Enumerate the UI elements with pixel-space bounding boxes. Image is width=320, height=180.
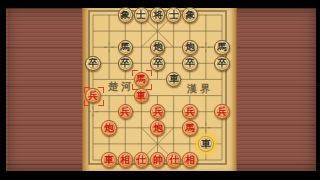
piece-red-soldier[interactable]: 兵 (214, 104, 230, 120)
piece-glyph: 馬 (137, 75, 147, 85)
piece-black-soldier[interactable]: 卒 (85, 56, 101, 72)
piece-glyph: 卒 (153, 59, 163, 69)
piece-black-horse[interactable]: 馬 (118, 40, 134, 56)
piece-glyph: 卒 (121, 59, 131, 69)
piece-glyph: 兵 (217, 107, 227, 117)
piece-black-soldier[interactable]: 卒 (150, 56, 166, 72)
piece-red-advisor[interactable]: 仕 (166, 152, 182, 168)
piece-glyph: 馬 (185, 123, 195, 133)
piece-glyph: 車 (104, 155, 114, 165)
piece-black-chariot[interactable]: 車 (198, 136, 214, 152)
piece-glyph: 象 (121, 10, 131, 20)
piece-glyph: 士 (137, 10, 147, 20)
piece-red-soldier[interactable]: 兵 (118, 104, 134, 120)
piece-black-cannon[interactable]: 炮 (182, 40, 198, 56)
piece-glyph: 車 (169, 75, 179, 85)
piece-black-cannon[interactable]: 炮 (150, 40, 166, 56)
piece-red-soldier[interactable]: 兵 (150, 104, 166, 120)
piece-glyph: 車 (201, 139, 211, 149)
piece-red-cannon[interactable]: 炮 (101, 120, 117, 136)
piece-black-elephant[interactable]: 象 (118, 7, 134, 23)
piece-glyph: 帥 (153, 155, 163, 165)
piece-glyph: 象 (185, 10, 195, 20)
piece-glyph: 卒 (185, 59, 195, 69)
piece-red-cannon[interactable]: 炮 (150, 120, 166, 136)
piece-glyph: 炮 (153, 123, 163, 133)
piece-red-chariot[interactable]: 車 (134, 88, 150, 104)
piece-glyph: 仕 (137, 155, 147, 165)
piece-glyph: 炮 (153, 43, 163, 53)
piece-black-horse[interactable]: 馬 (214, 40, 230, 56)
piece-red-horse[interactable]: 馬 (134, 72, 150, 88)
piece-glyph: 兵 (88, 91, 98, 101)
piece-red-advisor[interactable]: 仕 (134, 152, 150, 168)
piece-red-horse[interactable]: 馬 (182, 120, 198, 136)
piece-glyph: 相 (121, 155, 131, 165)
piece-glyph: 車 (137, 91, 147, 101)
piece-red-elephant[interactable]: 相 (182, 152, 198, 168)
piece-black-advisor[interactable]: 士 (134, 7, 150, 23)
piece-glyph: 炮 (185, 43, 195, 53)
piece-glyph: 兵 (153, 107, 163, 117)
piece-glyph: 士 (169, 10, 179, 20)
piece-black-elephant[interactable]: 象 (182, 7, 198, 23)
piece-glyph: 卒 (217, 59, 227, 69)
piece-glyph: 相 (185, 155, 195, 165)
piece-red-chariot[interactable]: 車 (101, 152, 117, 168)
piece-glyph: 仕 (169, 155, 179, 165)
piece-glyph: 馬 (217, 43, 227, 53)
piece-red-soldier[interactable]: 兵 (182, 104, 198, 120)
piece-glyph: 馬 (121, 43, 131, 53)
piece-glyph: 卒 (88, 59, 98, 69)
piece-black-soldier[interactable]: 卒 (182, 56, 198, 72)
game-screen: 楚河 漢界 象士将士象馬炮炮馬卒卒卒卒卒車車馬兵車兵兵兵兵炮炮馬車相仕帥仕相 (0, 0, 320, 180)
piece-black-chariot[interactable]: 車 (166, 72, 182, 88)
piece-black-advisor[interactable]: 士 (166, 7, 182, 23)
piece-red-general[interactable]: 帥 (150, 152, 166, 168)
piece-red-elephant[interactable]: 相 (118, 152, 134, 168)
piece-black-soldier[interactable]: 卒 (118, 56, 134, 72)
piece-black-general[interactable]: 将 (150, 7, 166, 23)
piece-glyph: 将 (153, 10, 163, 20)
piece-black-soldier[interactable]: 卒 (214, 56, 230, 72)
piece-glyph: 兵 (185, 107, 195, 117)
piece-layer: 象士将士象馬炮炮馬卒卒卒卒卒車車馬兵車兵兵兵兵炮炮馬車相仕帥仕相 (85, 7, 230, 168)
piece-red-soldier[interactable]: 兵 (85, 88, 101, 104)
piece-glyph: 炮 (104, 123, 114, 133)
piece-glyph: 兵 (121, 107, 131, 117)
